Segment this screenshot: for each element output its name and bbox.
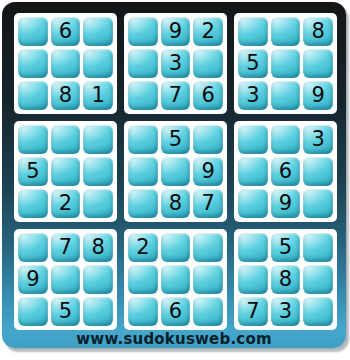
sudoku-board-plaque: 6819237685395259873697895265873 www.sudo… <box>2 2 346 348</box>
cell-r7c1[interactable] <box>18 233 48 262</box>
cell-r6c3[interactable] <box>83 189 113 218</box>
cell-r9c2[interactable]: 5 <box>51 297 81 326</box>
cell-r2c6[interactable] <box>193 49 223 78</box>
cell-r2c5[interactable]: 3 <box>161 49 191 78</box>
cell-r1c5[interactable]: 9 <box>161 17 191 46</box>
cell-r4c2[interactable] <box>51 125 81 154</box>
cell-r6c2[interactable]: 2 <box>51 189 81 218</box>
cell-r6c4[interactable] <box>128 189 158 218</box>
cell-r6c5[interactable]: 8 <box>161 189 191 218</box>
cell-r2c9[interactable] <box>303 49 333 78</box>
cell-r9c5[interactable]: 6 <box>161 297 191 326</box>
box-3-1: 7895 <box>14 229 117 330</box>
cell-r7c2[interactable]: 7 <box>51 233 81 262</box>
cell-r3c2[interactable]: 8 <box>51 81 81 110</box>
cell-r6c8[interactable]: 9 <box>271 189 301 218</box>
cell-r3c4[interactable] <box>128 81 158 110</box>
cell-r4c3[interactable] <box>83 125 113 154</box>
cell-r4c5[interactable]: 5 <box>161 125 191 154</box>
cell-r3c1[interactable] <box>18 81 48 110</box>
cell-r2c7[interactable]: 5 <box>238 49 268 78</box>
cell-r8c4[interactable] <box>128 265 158 294</box>
cell-r3c5[interactable]: 7 <box>161 81 191 110</box>
cell-r1c7[interactable] <box>238 17 268 46</box>
cell-r8c3[interactable] <box>83 265 113 294</box>
cell-r5c8[interactable]: 6 <box>271 157 301 186</box>
cell-r3c6[interactable]: 6 <box>193 81 223 110</box>
box-3-3: 5873 <box>234 229 337 330</box>
cell-r8c7[interactable] <box>238 265 268 294</box>
cell-r5c5[interactable] <box>161 157 191 186</box>
cell-r4c8[interactable] <box>271 125 301 154</box>
cell-r5c3[interactable] <box>83 157 113 186</box>
cell-r6c6[interactable]: 7 <box>193 189 223 218</box>
cell-r8c6[interactable] <box>193 265 223 294</box>
cell-r2c4[interactable] <box>128 49 158 78</box>
cell-r2c8[interactable] <box>271 49 301 78</box>
cell-r1c6[interactable]: 2 <box>193 17 223 46</box>
box-1-2: 92376 <box>124 13 227 114</box>
cell-r4c6[interactable] <box>193 125 223 154</box>
cell-r1c1[interactable] <box>18 17 48 46</box>
cell-r1c4[interactable] <box>128 17 158 46</box>
cell-r7c7[interactable] <box>238 233 268 262</box>
website-link[interactable]: www.sudokusweb.com <box>76 330 271 348</box>
box-2-3: 369 <box>234 121 337 222</box>
box-1-1: 681 <box>14 13 117 114</box>
cell-r5c7[interactable] <box>238 157 268 186</box>
cell-r8c9[interactable] <box>303 265 333 294</box>
cell-r1c2[interactable]: 6 <box>51 17 81 46</box>
cell-r2c2[interactable] <box>51 49 81 78</box>
box-3-2: 26 <box>124 229 227 330</box>
cell-r8c1[interactable]: 9 <box>18 265 48 294</box>
cell-r8c2[interactable] <box>51 265 81 294</box>
cell-r1c8[interactable] <box>271 17 301 46</box>
cell-r3c8[interactable] <box>271 81 301 110</box>
cell-r4c9[interactable]: 3 <box>303 125 333 154</box>
cell-r7c3[interactable]: 8 <box>83 233 113 262</box>
cell-r7c8[interactable]: 5 <box>271 233 301 262</box>
cell-r7c4[interactable]: 2 <box>128 233 158 262</box>
cell-r3c3[interactable]: 1 <box>83 81 113 110</box>
cell-r7c5[interactable] <box>161 233 191 262</box>
cell-r9c4[interactable] <box>128 297 158 326</box>
cell-r5c4[interactable] <box>128 157 158 186</box>
cell-r1c3[interactable] <box>83 17 113 46</box>
cell-r9c8[interactable]: 3 <box>271 297 301 326</box>
cell-r8c5[interactable] <box>161 265 191 294</box>
cell-r9c1[interactable] <box>18 297 48 326</box>
cell-r6c9[interactable] <box>303 189 333 218</box>
cell-r3c7[interactable]: 3 <box>238 81 268 110</box>
cell-r9c3[interactable] <box>83 297 113 326</box>
cell-r6c1[interactable] <box>18 189 48 218</box>
cell-r5c9[interactable] <box>303 157 333 186</box>
cell-r2c3[interactable] <box>83 49 113 78</box>
cell-r7c6[interactable] <box>193 233 223 262</box>
sudoku-board: 6819237685395259873697895265873 <box>14 13 337 330</box>
box-1-3: 8539 <box>234 13 337 114</box>
box-2-1: 52 <box>14 121 117 222</box>
cell-r4c4[interactable] <box>128 125 158 154</box>
cell-r1c9[interactable]: 8 <box>303 17 333 46</box>
cell-r5c6[interactable]: 9 <box>193 157 223 186</box>
cell-r9c9[interactable] <box>303 297 333 326</box>
cell-r6c7[interactable] <box>238 189 268 218</box>
cell-r5c1[interactable]: 5 <box>18 157 48 186</box>
sudoku-screen: 6819237685395259873697895265873 www.sudo… <box>0 0 350 360</box>
footer-bar: www.sudokusweb.com <box>2 329 346 348</box>
cell-r3c9[interactable]: 9 <box>303 81 333 110</box>
cell-r8c8[interactable]: 8 <box>271 265 301 294</box>
cell-r5c2[interactable] <box>51 157 81 186</box>
box-2-2: 5987 <box>124 121 227 222</box>
cell-r9c7[interactable]: 7 <box>238 297 268 326</box>
cell-r4c1[interactable] <box>18 125 48 154</box>
cell-r9c6[interactable] <box>193 297 223 326</box>
cell-r2c1[interactable] <box>18 49 48 78</box>
cell-r7c9[interactable] <box>303 233 333 262</box>
cell-r4c7[interactable] <box>238 125 268 154</box>
